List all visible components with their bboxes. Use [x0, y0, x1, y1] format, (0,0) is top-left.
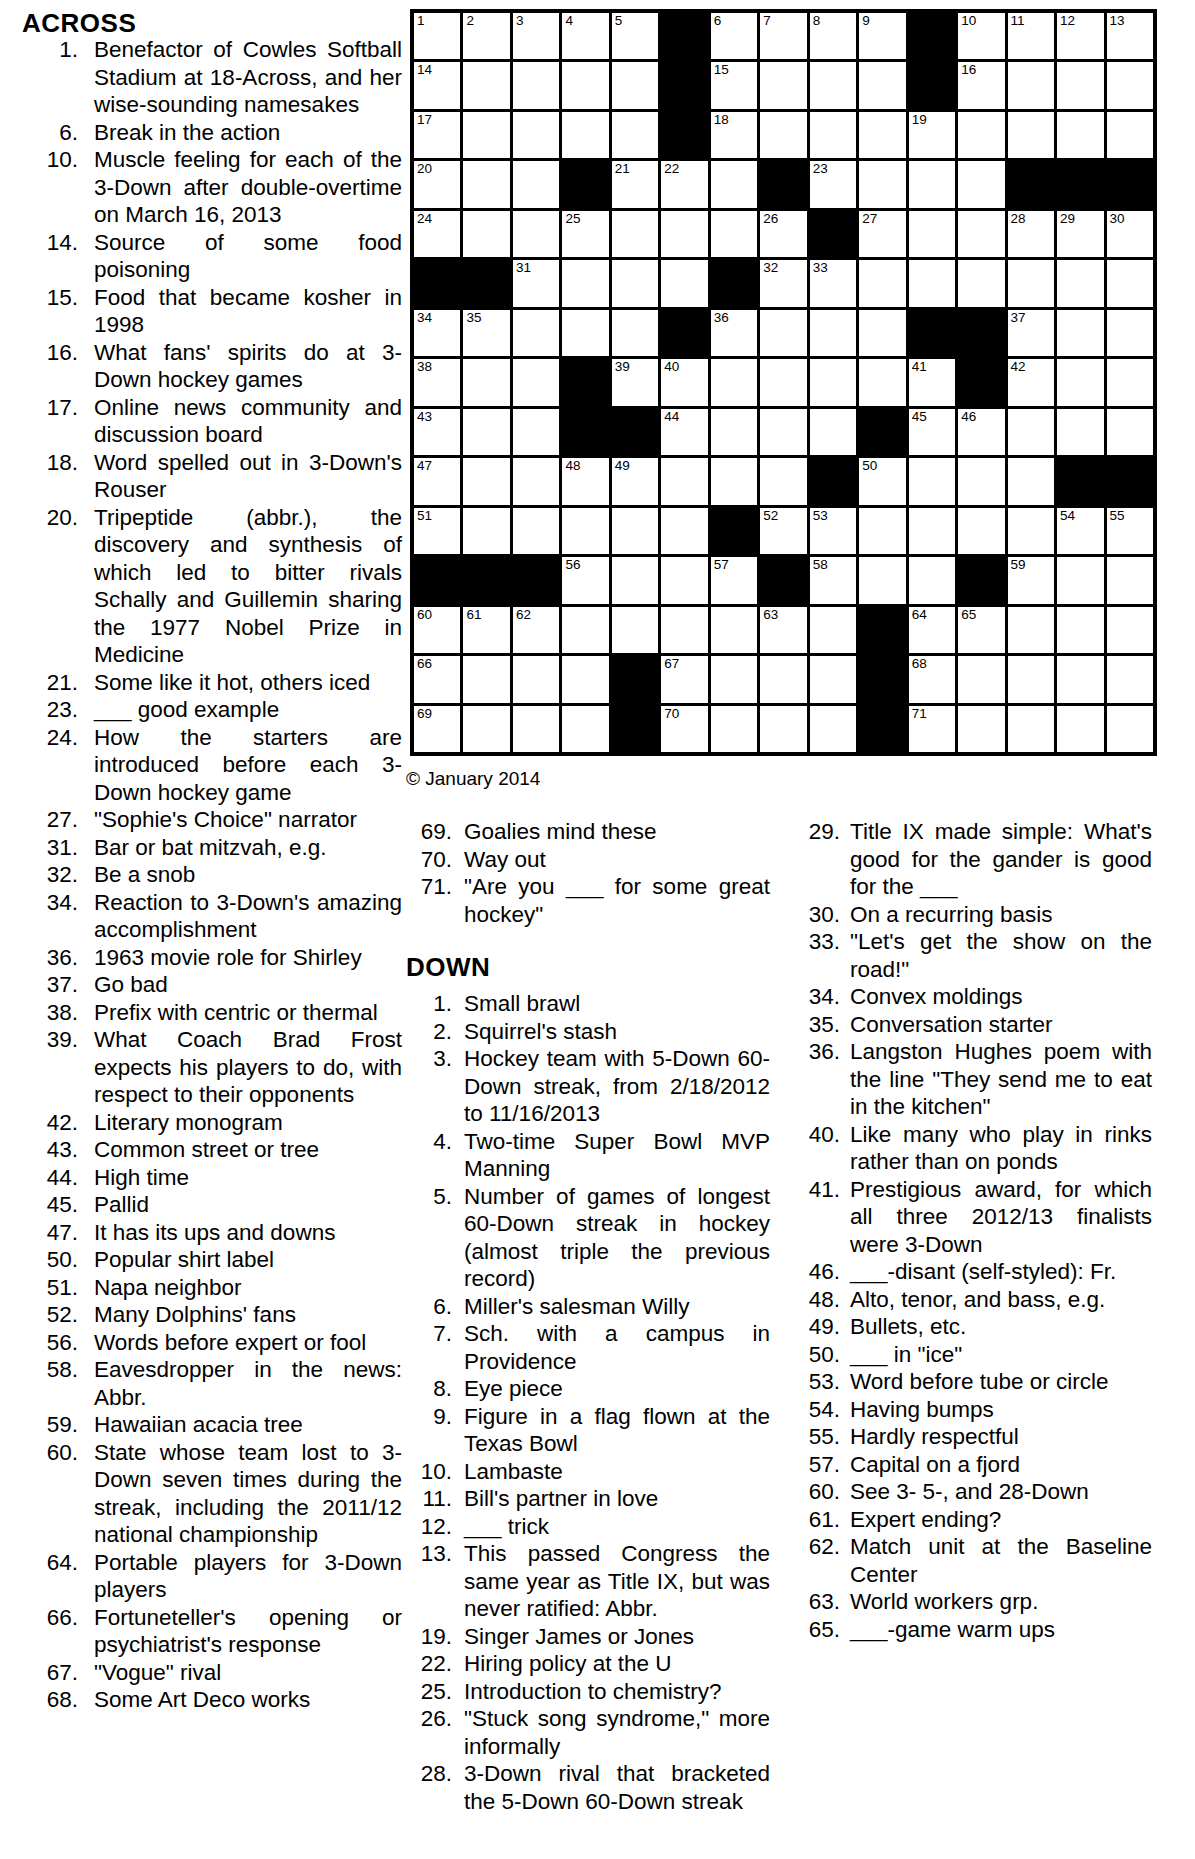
cell-r15c3[interactable]	[513, 706, 559, 752]
cell-r12c10[interactable]	[859, 557, 905, 603]
cell-r11c1[interactable]: 51	[414, 508, 460, 554]
cell-r1c9[interactable]: 8	[810, 13, 856, 59]
down-clue-1: 1.Small brawl	[406, 990, 770, 1018]
cell-r13c4[interactable]	[562, 607, 608, 653]
cell-r4c5[interactable]: 21	[612, 161, 658, 207]
clue-number: 50.	[20, 1246, 94, 1274]
cell-r10c4[interactable]: 48	[562, 458, 608, 504]
across-clue-44: 44.High time	[20, 1164, 402, 1192]
clue-text: 1963 movie role for Shirley	[94, 944, 402, 972]
across-clue-71: 71."Are you ___ for some great hockey"	[406, 873, 770, 928]
clue-number: 68.	[20, 1686, 94, 1714]
across-clue-15: 15.Food that became kosher in 1998	[20, 284, 402, 339]
cell-r14c14[interactable]	[1057, 656, 1103, 702]
cell-r6c8[interactable]: 32	[760, 260, 806, 306]
cell-r9c8[interactable]	[760, 409, 806, 455]
cell-r12c11[interactable]	[909, 557, 955, 603]
clue-text: Way out	[464, 846, 770, 874]
cell-r9c12[interactable]: 46	[958, 409, 1004, 455]
down-clue-41: 41.Prestigious award, for which all thre…	[796, 1176, 1152, 1259]
cell-number: 17	[417, 113, 432, 127]
clue-number: 44.	[20, 1164, 94, 1192]
clue-text: ___-game warm ups	[850, 1616, 1152, 1644]
clue-text: Bullets, etc.	[850, 1313, 1152, 1341]
cell-r5c1[interactable]: 24	[414, 211, 460, 257]
clue-text: Be a snob	[94, 861, 402, 889]
across-clue-45: 45.Pallid	[20, 1191, 402, 1219]
cell-r12c15[interactable]	[1107, 557, 1153, 603]
cell-r2c12[interactable]: 16	[958, 62, 1004, 108]
clue-text: High time	[94, 1164, 402, 1192]
cell-r14c13[interactable]	[1008, 656, 1054, 702]
cell-r4c15-black	[1107, 161, 1153, 207]
clue-number: 17.	[20, 394, 94, 422]
cell-number: 12	[1060, 14, 1075, 28]
cell-r13c2[interactable]: 61	[463, 607, 509, 653]
cell-r3c15[interactable]	[1107, 112, 1153, 158]
cell-r5c14[interactable]: 29	[1057, 211, 1103, 257]
cell-number: 55	[1110, 509, 1125, 523]
cell-r8c11[interactable]: 41	[909, 359, 955, 405]
cell-r4c10[interactable]	[859, 161, 905, 207]
cell-r3c14[interactable]	[1057, 112, 1103, 158]
across-clue-20: 20.Tripeptide (abbr.), the discovery and…	[20, 504, 402, 669]
cell-r5c2[interactable]	[463, 211, 509, 257]
cell-r5c10[interactable]: 27	[859, 211, 905, 257]
cell-r2c5[interactable]	[612, 62, 658, 108]
cell-r7c1[interactable]: 34	[414, 310, 460, 356]
cell-r3c2[interactable]	[463, 112, 509, 158]
cell-r9c3[interactable]	[513, 409, 559, 455]
cell-r3c4[interactable]	[562, 112, 608, 158]
cell-r1c7[interactable]: 6	[711, 13, 757, 59]
cell-r1c14[interactable]: 12	[1057, 13, 1103, 59]
cell-r14c1[interactable]: 66	[414, 656, 460, 702]
cell-number: 62	[516, 608, 531, 622]
cell-r2c3[interactable]	[513, 62, 559, 108]
cell-r8c6[interactable]: 40	[661, 359, 707, 405]
cell-r7c13[interactable]: 37	[1008, 310, 1054, 356]
cell-r11c14[interactable]: 54	[1057, 508, 1103, 554]
cell-number: 4	[565, 14, 573, 28]
down-clue-34: 34.Convex moldings	[796, 983, 1152, 1011]
cell-number: 33	[813, 261, 828, 275]
clue-number: 46.	[796, 1258, 850, 1286]
clue-number: 55.	[796, 1423, 850, 1451]
cell-r1c2[interactable]: 2	[463, 13, 509, 59]
cell-r11c13[interactable]	[1008, 508, 1054, 554]
cell-r8c13[interactable]: 42	[1008, 359, 1054, 405]
cell-r14c11[interactable]: 68	[909, 656, 955, 702]
cell-number: 41	[912, 360, 927, 374]
cell-r14c2[interactable]	[463, 656, 509, 702]
cell-r13c15[interactable]	[1107, 607, 1153, 653]
cell-r1c15[interactable]: 13	[1107, 13, 1153, 59]
cell-r9c15[interactable]	[1107, 409, 1153, 455]
cell-r11c9[interactable]: 53	[810, 508, 856, 554]
cell-number: 28	[1011, 212, 1026, 226]
cell-r15c6[interactable]: 70	[661, 706, 707, 752]
cell-r9c2[interactable]	[463, 409, 509, 455]
cell-r7c3[interactable]	[513, 310, 559, 356]
cell-r3c6-black	[661, 112, 707, 158]
cell-r7c14[interactable]	[1057, 310, 1103, 356]
clue-text: 3-Down rival that bracketed the 5-Down 6…	[464, 1760, 770, 1815]
cell-r15c11[interactable]: 71	[909, 706, 955, 752]
clue-number: 19.	[406, 1623, 464, 1651]
down-clue-28: 28.3-Down rival that bracketed the 5-Dow…	[406, 1760, 770, 1815]
cell-r12c7[interactable]: 57	[711, 557, 757, 603]
cell-r4c6[interactable]: 22	[661, 161, 707, 207]
cell-r13c7[interactable]	[711, 607, 757, 653]
cell-r6c5[interactable]	[612, 260, 658, 306]
cell-r14c12[interactable]	[958, 656, 1004, 702]
cell-r5c3[interactable]	[513, 211, 559, 257]
cell-r7c7[interactable]: 36	[711, 310, 757, 356]
cell-r5c9-black	[810, 211, 856, 257]
cell-r9c1[interactable]: 43	[414, 409, 460, 455]
across-clue-43: 43.Common street or tree	[20, 1136, 402, 1164]
cell-r2c14[interactable]	[1057, 62, 1103, 108]
cell-r7c4[interactable]	[562, 310, 608, 356]
cell-r13c9[interactable]	[810, 607, 856, 653]
cell-r15c1[interactable]: 69	[414, 706, 460, 752]
down-clue-65: 65.___-game warm ups	[796, 1616, 1152, 1644]
cell-r3c12[interactable]	[958, 112, 1004, 158]
cell-r10c10[interactable]: 50	[859, 458, 905, 504]
clue-text: ___ trick	[464, 1513, 770, 1541]
cell-r11c4[interactable]	[562, 508, 608, 554]
cell-r12c5[interactable]	[612, 557, 658, 603]
across-clue-1: 1.Benefactor of Cowles Softball Stadium …	[20, 36, 402, 119]
cell-r1c5[interactable]: 5	[612, 13, 658, 59]
cell-r13c5[interactable]	[612, 607, 658, 653]
cell-r12c14[interactable]	[1057, 557, 1103, 603]
cell-r8c10[interactable]	[859, 359, 905, 405]
cell-r5c5[interactable]	[612, 211, 658, 257]
cell-r1c4[interactable]: 4	[562, 13, 608, 59]
cell-r10c8[interactable]	[760, 458, 806, 504]
cell-r9c11[interactable]: 45	[909, 409, 955, 455]
cell-r14c8[interactable]	[760, 656, 806, 702]
cell-r11c11[interactable]	[909, 508, 955, 554]
cell-r14c6[interactable]: 67	[661, 656, 707, 702]
cell-r7c12-black	[958, 310, 1004, 356]
cell-r13c1[interactable]: 60	[414, 607, 460, 653]
cell-r5c11[interactable]	[909, 211, 955, 257]
clue-text: Hawaiian acacia tree	[94, 1411, 402, 1439]
cell-r6c15[interactable]	[1107, 260, 1153, 306]
down-clue-57: 57.Capital on a fjord	[796, 1451, 1152, 1479]
cell-r6c9[interactable]: 33	[810, 260, 856, 306]
cell-r11c2[interactable]	[463, 508, 509, 554]
across-clue-18: 18.Word spelled out in 3-Down's Rouser	[20, 449, 402, 504]
clue-number: 23.	[20, 696, 94, 724]
cell-r13c3[interactable]: 62	[513, 607, 559, 653]
cell-r12c4[interactable]: 56	[562, 557, 608, 603]
cell-r14c15[interactable]	[1107, 656, 1153, 702]
cell-r13c14[interactable]	[1057, 607, 1103, 653]
cell-r3c3[interactable]	[513, 112, 559, 158]
cell-r11c12[interactable]	[958, 508, 1004, 554]
cell-r5c15[interactable]: 30	[1107, 211, 1153, 257]
cell-r9c5-black	[612, 409, 658, 455]
cell-r8c2[interactable]	[463, 359, 509, 405]
clue-text: Some Art Deco works	[94, 1686, 402, 1714]
cell-r14c7[interactable]	[711, 656, 757, 702]
cell-r5c6[interactable]	[661, 211, 707, 257]
cell-r3c11[interactable]: 19	[909, 112, 955, 158]
cell-r2c1[interactable]: 14	[414, 62, 460, 108]
cell-r9c6[interactable]: 44	[661, 409, 707, 455]
across-clue-32: 32.Be a snob	[20, 861, 402, 889]
across-clue-67: 67."Vogue" rival	[20, 1659, 402, 1687]
cell-r7c11-black	[909, 310, 955, 356]
clue-text: "Vogue" rival	[94, 1659, 402, 1687]
cell-r15c12[interactable]	[958, 706, 1004, 752]
across-clue-68: 68.Some Art Deco works	[20, 1686, 402, 1714]
cell-r6c6[interactable]	[661, 260, 707, 306]
cell-r12c13[interactable]: 59	[1008, 557, 1054, 603]
cell-r5c8[interactable]: 26	[760, 211, 806, 257]
cell-r15c15[interactable]	[1107, 706, 1153, 752]
clue-text: It has its ups and downs	[94, 1219, 402, 1247]
cell-r10c11[interactable]	[909, 458, 955, 504]
cell-r2c2[interactable]	[463, 62, 509, 108]
cell-r14c9[interactable]	[810, 656, 856, 702]
cell-r7c8[interactable]	[760, 310, 806, 356]
clue-text: Word spelled out in 3-Down's Rouser	[94, 449, 402, 504]
cell-r1c10[interactable]: 9	[859, 13, 905, 59]
cell-r9c9[interactable]	[810, 409, 856, 455]
cell-r3c10[interactable]	[859, 112, 905, 158]
cell-r8c3[interactable]	[513, 359, 559, 405]
cell-r15c2[interactable]	[463, 706, 509, 752]
cell-r4c9[interactable]: 23	[810, 161, 856, 207]
clue-number: 18.	[20, 449, 94, 477]
clue-number: 9.	[406, 1403, 464, 1431]
cell-r2c4[interactable]	[562, 62, 608, 108]
cell-r11c6[interactable]	[661, 508, 707, 554]
cell-r15c8[interactable]	[760, 706, 806, 752]
down-clue-36: 36.Langston Hughes poem with the line "T…	[796, 1038, 1152, 1121]
cell-number: 11	[1011, 14, 1025, 28]
clue-number: 2.	[406, 1018, 464, 1046]
down-clue-25: 25.Introduction to chemistry?	[406, 1678, 770, 1706]
cell-r15c4[interactable]	[562, 706, 608, 752]
cell-r5c7[interactable]	[711, 211, 757, 257]
clue-text: Conversation starter	[850, 1011, 1152, 1039]
cell-r11c15[interactable]: 55	[1107, 508, 1153, 554]
cell-r7c10[interactable]	[859, 310, 905, 356]
down-clue-8: 8.Eye piece	[406, 1375, 770, 1403]
clue-number: 34.	[796, 983, 850, 1011]
down-clue-30: 30.On a recurring basis	[796, 901, 1152, 929]
cell-r3c9[interactable]	[810, 112, 856, 158]
cell-r3c13[interactable]	[1008, 112, 1054, 158]
clue-text: State whose team lost to 3-Down seven ti…	[94, 1439, 402, 1549]
cell-r3c5[interactable]	[612, 112, 658, 158]
cell-r1c13[interactable]: 11	[1008, 13, 1054, 59]
clue-text: Having bumps	[850, 1396, 1152, 1424]
cell-r1c8[interactable]: 7	[760, 13, 806, 59]
cell-r2c15[interactable]	[1107, 62, 1153, 108]
cell-r15c13[interactable]	[1008, 706, 1054, 752]
across-clue-36: 36.1963 movie role for Shirley	[20, 944, 402, 972]
cell-r2c10[interactable]	[859, 62, 905, 108]
clue-text: Capital on a fjord	[850, 1451, 1152, 1479]
down-clue-12: 12.___ trick	[406, 1513, 770, 1541]
cell-r2c7[interactable]: 15	[711, 62, 757, 108]
down-clue-19: 19.Singer James or Jones	[406, 1623, 770, 1651]
cell-r13c13[interactable]	[1008, 607, 1054, 653]
cell-r8c14[interactable]	[1057, 359, 1103, 405]
cell-r5c4[interactable]: 25	[562, 211, 608, 257]
cell-r8c9[interactable]	[810, 359, 856, 405]
cell-r8c15[interactable]	[1107, 359, 1153, 405]
cell-r4c11[interactable]	[909, 161, 955, 207]
cell-number: 13	[1110, 14, 1125, 28]
cell-r10c6[interactable]	[661, 458, 707, 504]
clue-text: "Stuck song syndrome," more informally	[464, 1705, 770, 1760]
cell-r5c12[interactable]	[958, 211, 1004, 257]
clue-number: 53.	[796, 1368, 850, 1396]
clue-text: Convex moldings	[850, 983, 1152, 1011]
cell-r6c12[interactable]	[958, 260, 1004, 306]
cell-r8c5[interactable]: 39	[612, 359, 658, 405]
clue-number: 49.	[796, 1313, 850, 1341]
cell-r10c3[interactable]	[513, 458, 559, 504]
cell-r6c13[interactable]	[1008, 260, 1054, 306]
cell-r12c9[interactable]: 58	[810, 557, 856, 603]
cell-r15c7[interactable]	[711, 706, 757, 752]
cell-r6c10[interactable]	[859, 260, 905, 306]
cell-r15c9[interactable]	[810, 706, 856, 752]
clue-text: ___-disant (self-styled): Fr.	[850, 1258, 1152, 1286]
clue-text: Like many who play in rinks rather than …	[850, 1121, 1152, 1176]
across-clue-31: 31.Bar or bat mitzvah, e.g.	[20, 834, 402, 862]
cell-r12c6[interactable]	[661, 557, 707, 603]
cell-r15c14[interactable]	[1057, 706, 1103, 752]
cell-r14c4[interactable]	[562, 656, 608, 702]
cell-r1c12[interactable]: 10	[958, 13, 1004, 59]
down-clue-13: 13.This passed Congress the same year as…	[406, 1540, 770, 1623]
cell-r9c4-black	[562, 409, 608, 455]
clue-text: Figure in a flag flown at the Texas Bowl	[464, 1403, 770, 1458]
cell-r3c8[interactable]	[760, 112, 806, 158]
cell-r9c14[interactable]	[1057, 409, 1103, 455]
cell-r8c12-black	[958, 359, 1004, 405]
cell-r10c13[interactable]	[1008, 458, 1054, 504]
clue-number: 43.	[20, 1136, 94, 1164]
cell-r2c9[interactable]	[810, 62, 856, 108]
cell-number: 68	[912, 657, 927, 671]
cell-number: 71	[912, 707, 927, 721]
across-clue-34: 34.Reaction to 3-Down's amazing accompli…	[20, 889, 402, 944]
cell-r10c1[interactable]: 47	[414, 458, 460, 504]
cell-r13c12[interactable]: 65	[958, 607, 1004, 653]
cell-r13c11[interactable]: 64	[909, 607, 955, 653]
cell-r7c5[interactable]	[612, 310, 658, 356]
clue-number: 26.	[406, 1705, 464, 1733]
cell-r10c5[interactable]: 49	[612, 458, 658, 504]
cell-r2c13[interactable]	[1008, 62, 1054, 108]
cell-r3c7[interactable]: 18	[711, 112, 757, 158]
clue-text: Two-time Super Bowl MVP Manning	[464, 1128, 770, 1183]
cell-r6c11[interactable]	[909, 260, 955, 306]
clue-text: Title IX made simple: What's good for th…	[850, 818, 1152, 901]
cell-r4c7[interactable]	[711, 161, 757, 207]
cell-r10c2[interactable]	[463, 458, 509, 504]
clue-number: 39.	[20, 1026, 94, 1054]
across-clue-37: 37.Go bad	[20, 971, 402, 999]
cell-r11c8[interactable]: 52	[760, 508, 806, 554]
cell-r8c1[interactable]: 38	[414, 359, 460, 405]
cell-number: 42	[1011, 360, 1026, 374]
cell-r3c1[interactable]: 17	[414, 112, 460, 158]
cell-r2c8[interactable]	[760, 62, 806, 108]
cell-number: 36	[714, 311, 729, 325]
across-clue-10: 10.Muscle feeling for each of the 3-Down…	[20, 146, 402, 229]
across-clue-27: 27."Sophie's Choice" narrator	[20, 806, 402, 834]
cell-r13c8[interactable]: 63	[760, 607, 806, 653]
cell-r5c13[interactable]: 28	[1008, 211, 1054, 257]
cell-number: 59	[1011, 558, 1026, 572]
cell-number: 31	[516, 261, 531, 275]
cell-r2c11-black	[909, 62, 955, 108]
cell-r6c14[interactable]	[1057, 260, 1103, 306]
cell-r4c1[interactable]: 20	[414, 161, 460, 207]
cell-r8c7[interactable]	[711, 359, 757, 405]
cell-r1c1[interactable]: 1	[414, 13, 460, 59]
down-clue-3: 3.Hockey team with 5-Down 60-Down streak…	[406, 1045, 770, 1128]
cell-r4c2[interactable]	[463, 161, 509, 207]
cell-r10c7[interactable]	[711, 458, 757, 504]
clue-text: Small brawl	[464, 990, 770, 1018]
cell-r8c8[interactable]	[760, 359, 806, 405]
cell-r1c3[interactable]: 3	[513, 13, 559, 59]
cell-r11c3[interactable]	[513, 508, 559, 554]
down-clue-7: 7.Sch. with a campus in Providence	[406, 1320, 770, 1375]
cell-number: 54	[1060, 509, 1075, 523]
cell-r7c9[interactable]	[810, 310, 856, 356]
cell-number: 20	[417, 162, 432, 176]
cell-r7c2[interactable]: 35	[463, 310, 509, 356]
cell-r9c7[interactable]	[711, 409, 757, 455]
cell-r6c3[interactable]: 31	[513, 260, 559, 306]
cell-r10c12[interactable]	[958, 458, 1004, 504]
cell-number: 1	[417, 14, 425, 28]
cell-number: 40	[664, 360, 679, 374]
clue-number: 48.	[796, 1286, 850, 1314]
cell-r14c3[interactable]	[513, 656, 559, 702]
cell-r7c15[interactable]	[1107, 310, 1153, 356]
cell-r11c10[interactable]	[859, 508, 905, 554]
cell-r9c13[interactable]	[1008, 409, 1054, 455]
cell-r11c5[interactable]	[612, 508, 658, 554]
cell-r6c1-black	[414, 260, 460, 306]
cell-r15c5-black	[612, 706, 658, 752]
down-clue-4: 4.Two-time Super Bowl MVP Manning	[406, 1128, 770, 1183]
cell-r4c12[interactable]	[958, 161, 1004, 207]
cell-number: 19	[912, 113, 927, 127]
cell-r6c4[interactable]	[562, 260, 608, 306]
cell-r4c3[interactable]	[513, 161, 559, 207]
clue-number: 20.	[20, 504, 94, 532]
clue-number: 71.	[406, 873, 464, 901]
cell-r13c6[interactable]	[661, 607, 707, 653]
across-clue-47: 47.It has its ups and downs	[20, 1219, 402, 1247]
